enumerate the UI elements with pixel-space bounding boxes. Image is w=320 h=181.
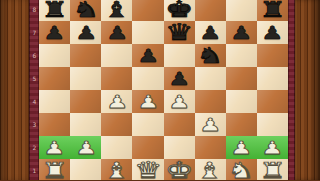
white-king-e1: ♚ — [165, 159, 193, 181]
white-rook-a1: ♜ — [41, 159, 68, 180]
square-g2[interactable]: ♟ — [226, 136, 257, 159]
black-knight-b8: ♞ — [72, 0, 99, 20]
square-c6[interactable] — [101, 44, 132, 67]
white-pawn-a2: ♟ — [43, 138, 65, 156]
white-pawn-e4: ♟ — [168, 92, 190, 110]
square-b4[interactable] — [70, 90, 101, 113]
white-queen-d1: ♛ — [134, 159, 162, 181]
square-e3[interactable] — [164, 113, 195, 136]
board-frame: 87654321 ♜♞♝♚♜♟♟♟♛♟♟♟♟♞♟♟♟♟♟♟♟♟♟♜♝♛♚♝♞♜ — [29, 0, 295, 180]
square-b5[interactable] — [70, 67, 101, 90]
square-a8[interactable]: ♜ — [39, 0, 70, 21]
rank-label-6: 6 — [30, 44, 39, 67]
black-pawn-c7: ♟ — [106, 23, 128, 41]
black-pawn-d6: ♟ — [137, 46, 159, 64]
black-pawn-g7: ♟ — [230, 23, 252, 41]
square-h5[interactable] — [257, 67, 288, 90]
square-c5[interactable] — [101, 67, 132, 90]
rank-label-5: 5 — [30, 67, 39, 90]
square-f8[interactable] — [195, 0, 226, 21]
square-f7[interactable]: ♟ — [195, 21, 226, 44]
black-pawn-e5: ♟ — [168, 69, 190, 87]
black-rook-a8: ♜ — [41, 0, 68, 20]
white-knight-g1: ♞ — [228, 159, 255, 180]
square-g4[interactable] — [226, 90, 257, 113]
white-pawn-c4: ♟ — [106, 92, 128, 110]
square-f2[interactable] — [195, 136, 226, 159]
square-h3[interactable] — [257, 113, 288, 136]
black-pawn-h7: ♟ — [261, 23, 283, 41]
square-g1[interactable]: ♞ — [226, 159, 257, 180]
square-c1[interactable]: ♝ — [101, 159, 132, 180]
square-e1[interactable]: ♚ — [164, 159, 195, 180]
square-a5[interactable] — [39, 67, 70, 90]
table-wood-left — [0, 0, 30, 180]
square-c7[interactable]: ♟ — [101, 21, 132, 44]
square-d1[interactable]: ♛ — [132, 159, 163, 180]
square-a4[interactable] — [39, 90, 70, 113]
black-pawn-a7: ♟ — [43, 23, 65, 41]
square-g7[interactable]: ♟ — [226, 21, 257, 44]
square-g5[interactable] — [226, 67, 257, 90]
square-b2[interactable]: ♟ — [70, 136, 101, 159]
square-g8[interactable] — [226, 0, 257, 21]
square-b1[interactable] — [70, 159, 101, 180]
rank-label-3: 3 — [30, 113, 39, 136]
square-d4[interactable]: ♟ — [132, 90, 163, 113]
square-d7[interactable] — [132, 21, 163, 44]
square-b8[interactable]: ♞ — [70, 0, 101, 21]
square-a2[interactable]: ♟ — [39, 136, 70, 159]
chess-board: ♜♞♝♚♜♟♟♟♛♟♟♟♟♞♟♟♟♟♟♟♟♟♟♜♝♛♚♝♞♜ — [39, 0, 288, 180]
white-pawn-d4: ♟ — [137, 92, 159, 110]
square-a7[interactable]: ♟ — [39, 21, 70, 44]
square-h2[interactable]: ♟ — [257, 136, 288, 159]
square-d6[interactable]: ♟ — [132, 44, 163, 67]
square-d5[interactable] — [132, 67, 163, 90]
square-e5[interactable]: ♟ — [164, 67, 195, 90]
black-king-e8: ♚ — [165, 0, 193, 21]
table-wood-right — [293, 0, 320, 180]
rank-label-8: 8 — [30, 0, 39, 21]
black-knight-f6: ♞ — [197, 44, 224, 66]
rank-label-1: 1 — [30, 159, 39, 180]
white-pawn-b2: ♟ — [75, 138, 97, 156]
square-h7[interactable]: ♟ — [257, 21, 288, 44]
square-d8[interactable] — [132, 0, 163, 21]
black-bishop-c8: ♝ — [103, 0, 130, 20]
square-h1[interactable]: ♜ — [257, 159, 288, 180]
white-bishop-c1: ♝ — [103, 159, 130, 180]
square-c8[interactable]: ♝ — [101, 0, 132, 21]
rank-label-4: 4 — [30, 90, 39, 113]
square-h6[interactable] — [257, 44, 288, 67]
square-f3[interactable]: ♟ — [195, 113, 226, 136]
square-g3[interactable] — [226, 113, 257, 136]
square-b7[interactable]: ♟ — [70, 21, 101, 44]
white-pawn-h2: ♟ — [261, 138, 283, 156]
white-pawn-f3: ♟ — [199, 115, 221, 133]
square-g6[interactable] — [226, 44, 257, 67]
square-h4[interactable] — [257, 90, 288, 113]
square-f6[interactable]: ♞ — [195, 44, 226, 67]
square-c4[interactable]: ♟ — [101, 90, 132, 113]
black-pawn-b7: ♟ — [75, 23, 97, 41]
white-bishop-f1: ♝ — [197, 159, 224, 180]
square-h8[interactable]: ♜ — [257, 0, 288, 21]
square-e4[interactable]: ♟ — [164, 90, 195, 113]
square-e7[interactable]: ♛ — [164, 21, 195, 44]
square-f5[interactable] — [195, 67, 226, 90]
rank-label-7: 7 — [30, 21, 39, 44]
square-a3[interactable] — [39, 113, 70, 136]
square-c3[interactable] — [101, 113, 132, 136]
square-c2[interactable] — [101, 136, 132, 159]
square-d3[interactable] — [132, 113, 163, 136]
chess-app-view: 87654321 ♜♞♝♚♜♟♟♟♛♟♟♟♟♞♟♟♟♟♟♟♟♟♟♜♝♛♚♝♞♜ — [0, 0, 320, 180]
black-queen-e7: ♛ — [165, 21, 193, 44]
square-a6[interactable] — [39, 44, 70, 67]
square-b3[interactable] — [70, 113, 101, 136]
black-rook-h8: ♜ — [259, 0, 286, 20]
square-f1[interactable]: ♝ — [195, 159, 226, 180]
square-e6[interactable] — [164, 44, 195, 67]
rank-label-2: 2 — [30, 136, 39, 159]
white-rook-h1: ♜ — [259, 159, 286, 180]
white-pawn-g2: ♟ — [230, 138, 252, 156]
black-pawn-f7: ♟ — [199, 23, 221, 41]
square-a1[interactable]: ♜ — [39, 159, 70, 180]
square-f4[interactable] — [195, 90, 226, 113]
square-b6[interactable] — [70, 44, 101, 67]
